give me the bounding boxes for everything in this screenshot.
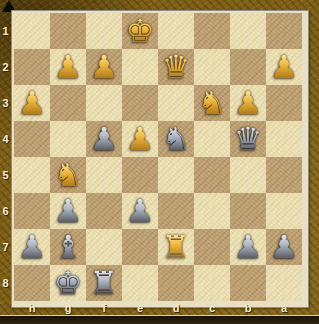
- piece-black-rook[interactable]: ♜: [86, 265, 122, 301]
- status-strip: [0, 315, 319, 324]
- square-a5[interactable]: [266, 157, 302, 193]
- rank-label-3: 3: [0, 85, 11, 121]
- square-c5[interactable]: [194, 157, 230, 193]
- square-c1[interactable]: [194, 13, 230, 49]
- square-e1[interactable]: ♚: [122, 13, 158, 49]
- square-b4[interactable]: ♛: [230, 121, 266, 157]
- square-b5[interactable]: [230, 157, 266, 193]
- square-d8[interactable]: [158, 265, 194, 301]
- square-h8[interactable]: [14, 265, 50, 301]
- square-e2[interactable]: [122, 49, 158, 85]
- piece-white-queen[interactable]: ♛: [158, 49, 194, 85]
- rank-label-5: 5: [0, 157, 11, 193]
- piece-white-rook[interactable]: ♜: [158, 229, 194, 265]
- rank-label-1: 1: [0, 13, 11, 49]
- piece-white-knight[interactable]: ♞: [194, 85, 230, 121]
- square-g2[interactable]: ♟: [50, 49, 86, 85]
- square-f3[interactable]: [86, 85, 122, 121]
- piece-black-knight[interactable]: ♞: [158, 121, 194, 157]
- square-c2[interactable]: [194, 49, 230, 85]
- square-a2[interactable]: ♟: [266, 49, 302, 85]
- square-e4[interactable]: ♟: [122, 121, 158, 157]
- square-c3[interactable]: ♞: [194, 85, 230, 121]
- piece-white-pawn[interactable]: ♟: [50, 49, 86, 85]
- square-d2[interactable]: ♛: [158, 49, 194, 85]
- square-c4[interactable]: [194, 121, 230, 157]
- square-a3[interactable]: [266, 85, 302, 121]
- square-a8[interactable]: [266, 265, 302, 301]
- piece-black-bishop[interactable]: ♝: [50, 229, 86, 265]
- square-d3[interactable]: [158, 85, 194, 121]
- rank-label-4: 4: [0, 121, 11, 157]
- square-g8[interactable]: ♚: [50, 265, 86, 301]
- square-f5[interactable]: [86, 157, 122, 193]
- piece-black-pawn[interactable]: ♟: [266, 229, 302, 265]
- square-a6[interactable]: [266, 193, 302, 229]
- square-f8[interactable]: ♜: [86, 265, 122, 301]
- square-b3[interactable]: ♟: [230, 85, 266, 121]
- square-d1[interactable]: [158, 13, 194, 49]
- chess-app-window: ♚♟♟♛♟♟♞♟♟♟♞♛♞♟♟♟♝♜♟♟♚♜ 12345678 hgfedcba: [0, 0, 319, 324]
- square-e8[interactable]: [122, 265, 158, 301]
- chess-board-frame: ♚♟♟♛♟♟♞♟♟♟♞♛♞♟♟♟♝♜♟♟♚♜: [11, 10, 309, 308]
- piece-white-pawn[interactable]: ♟: [86, 49, 122, 85]
- piece-black-queen[interactable]: ♛: [230, 121, 266, 157]
- square-a4[interactable]: [266, 121, 302, 157]
- chess-board: ♚♟♟♛♟♟♞♟♟♟♞♛♞♟♟♟♝♜♟♟♚♜: [14, 13, 302, 301]
- square-d6[interactable]: [158, 193, 194, 229]
- rank-label-2: 2: [0, 49, 11, 85]
- file-label-b: b: [230, 301, 266, 315]
- square-g3[interactable]: [50, 85, 86, 121]
- square-b2[interactable]: [230, 49, 266, 85]
- square-c7[interactable]: [194, 229, 230, 265]
- square-f4[interactable]: ♟: [86, 121, 122, 157]
- file-label-f: f: [86, 301, 122, 315]
- piece-white-knight[interactable]: ♞: [50, 157, 86, 193]
- square-g7[interactable]: ♝: [50, 229, 86, 265]
- square-g4[interactable]: [50, 121, 86, 157]
- square-a7[interactable]: ♟: [266, 229, 302, 265]
- square-f1[interactable]: [86, 13, 122, 49]
- square-h5[interactable]: [14, 157, 50, 193]
- file-label-e: e: [122, 301, 158, 315]
- square-f7[interactable]: [86, 229, 122, 265]
- piece-white-pawn[interactable]: ♟: [14, 85, 50, 121]
- piece-black-pawn[interactable]: ♟: [230, 229, 266, 265]
- piece-white-pawn[interactable]: ♟: [266, 49, 302, 85]
- square-g5[interactable]: ♞: [50, 157, 86, 193]
- piece-white-king[interactable]: ♚: [122, 13, 158, 49]
- square-h4[interactable]: [14, 121, 50, 157]
- file-label-d: d: [158, 301, 194, 315]
- square-h7[interactable]: ♟: [14, 229, 50, 265]
- square-a1[interactable]: [266, 13, 302, 49]
- piece-black-pawn[interactable]: ♟: [86, 121, 122, 157]
- square-h2[interactable]: [14, 49, 50, 85]
- square-d7[interactable]: ♜: [158, 229, 194, 265]
- file-label-c: c: [194, 301, 230, 315]
- square-g6[interactable]: ♟: [50, 193, 86, 229]
- square-h6[interactable]: [14, 193, 50, 229]
- square-e5[interactable]: [122, 157, 158, 193]
- square-e3[interactable]: [122, 85, 158, 121]
- square-g1[interactable]: [50, 13, 86, 49]
- file-label-g: g: [50, 301, 86, 315]
- square-b6[interactable]: [230, 193, 266, 229]
- square-h3[interactable]: ♟: [14, 85, 50, 121]
- piece-white-pawn[interactable]: ♟: [122, 121, 158, 157]
- file-label-a: a: [266, 301, 302, 315]
- square-b8[interactable]: [230, 265, 266, 301]
- piece-black-king[interactable]: ♚: [50, 265, 86, 301]
- file-label-h: h: [14, 301, 50, 315]
- square-e7[interactable]: [122, 229, 158, 265]
- square-h1[interactable]: [14, 13, 50, 49]
- square-b7[interactable]: ♟: [230, 229, 266, 265]
- piece-black-pawn[interactable]: ♟: [14, 229, 50, 265]
- rank-label-6: 6: [0, 193, 11, 229]
- square-f2[interactable]: ♟: [86, 49, 122, 85]
- square-c8[interactable]: [194, 265, 230, 301]
- rank-label-8: 8: [0, 265, 11, 301]
- square-b1[interactable]: [230, 13, 266, 49]
- piece-black-pawn[interactable]: ♟: [50, 193, 86, 229]
- square-d4[interactable]: ♞: [158, 121, 194, 157]
- square-c6[interactable]: [194, 193, 230, 229]
- square-d5[interactable]: [158, 157, 194, 193]
- piece-white-pawn[interactable]: ♟: [230, 85, 266, 121]
- square-e6[interactable]: ♟: [122, 193, 158, 229]
- square-f6[interactable]: [86, 193, 122, 229]
- piece-black-pawn[interactable]: ♟: [122, 193, 158, 229]
- rank-label-7: 7: [0, 229, 11, 265]
